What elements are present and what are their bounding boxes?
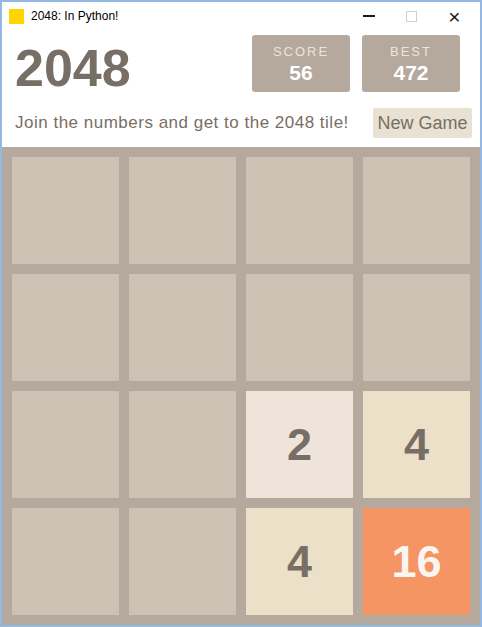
window-title: 2048: In Python! (31, 9, 118, 23)
tile-4: 4 (363, 391, 470, 498)
app-window: 2048: In Python! × 2048 SCORE 56 BEST 47… (0, 0, 482, 627)
board-cell-empty (12, 508, 119, 615)
titlebar: 2048: In Python! × (2, 2, 480, 30)
board-cell-empty (363, 157, 470, 264)
board-cell-empty (12, 274, 119, 381)
board-cell-empty (363, 274, 470, 381)
tile-16: 16 (363, 508, 470, 615)
score-value: 56 (289, 60, 312, 86)
board: 24416 (2, 147, 480, 625)
tile-2: 2 (246, 391, 353, 498)
maximize-button[interactable] (390, 2, 433, 30)
best-label: BEST (390, 44, 432, 60)
board-cell-empty (246, 157, 353, 264)
tile-4: 4 (246, 508, 353, 615)
window-controls: × (347, 2, 476, 30)
score-panel: SCORE 56 BEST 472 (252, 35, 460, 92)
board-cell-empty (12, 391, 119, 498)
score-label: SCORE (273, 44, 329, 60)
maximize-icon (406, 11, 417, 22)
game-title: 2048 (15, 38, 131, 98)
board-cell-empty (129, 391, 236, 498)
minimize-icon (363, 15, 375, 17)
minimize-button[interactable] (347, 2, 390, 30)
close-button[interactable]: × (433, 2, 476, 30)
new-game-button[interactable]: New Game (373, 108, 472, 138)
tagline: Join the numbers and get to the 2048 til… (15, 111, 349, 135)
board-cell-empty (129, 274, 236, 381)
header: 2048 SCORE 56 BEST 472 Join the numbers … (2, 30, 480, 147)
board-cell-empty (129, 157, 236, 264)
app-icon (9, 9, 24, 24)
best-value: 472 (393, 60, 428, 86)
best-box: BEST 472 (362, 35, 460, 92)
close-icon: × (448, 6, 460, 27)
board-cell-empty (129, 508, 236, 615)
score-box: SCORE 56 (252, 35, 350, 92)
board-cell-empty (246, 274, 353, 381)
board-cell-empty (12, 157, 119, 264)
